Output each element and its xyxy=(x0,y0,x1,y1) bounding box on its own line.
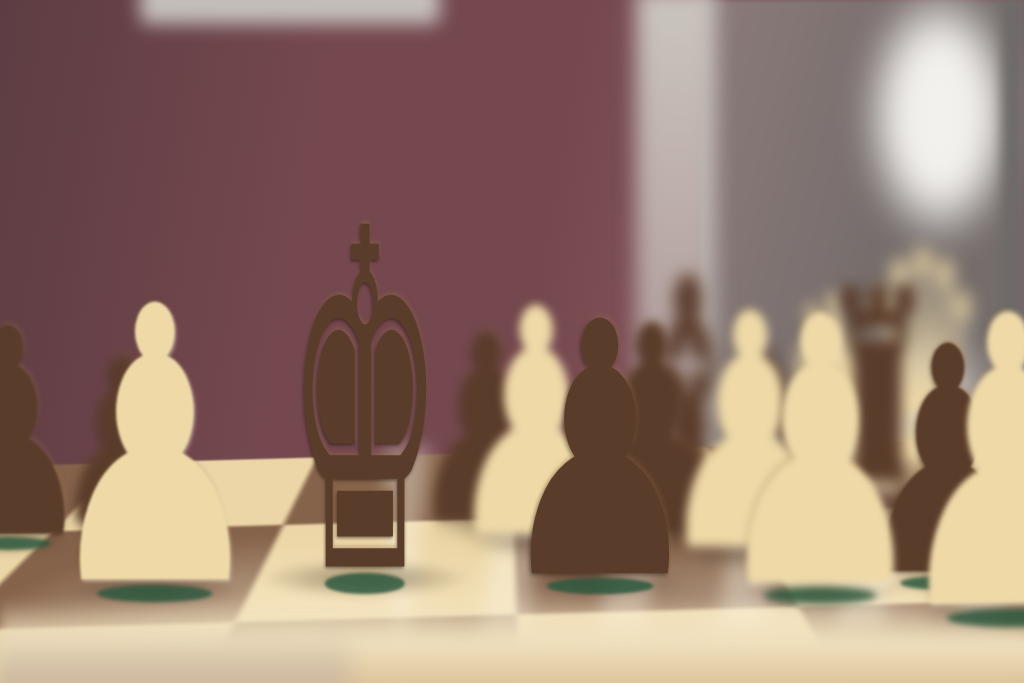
piece-white-pawn-h2: ♟ xyxy=(829,305,1024,625)
white-pawn-glyph: ♟ xyxy=(890,305,1024,625)
piece-white-pawn-b3: ♟ xyxy=(0,296,325,600)
white-pawn-glyph: ♟ xyxy=(43,296,268,600)
chess-photo-scene: ♞♛♝♞♜♟♟♟♟♟♟♟♚♟♟♟♟ xyxy=(0,0,1024,683)
